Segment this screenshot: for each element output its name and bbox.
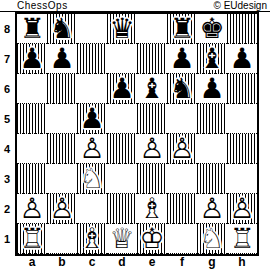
square-d5[interactable] (107, 104, 137, 134)
square-e2[interactable] (137, 194, 167, 224)
square-h5[interactable] (227, 104, 257, 134)
app-title: ChessOps (17, 0, 68, 11)
black-pawn (107, 74, 137, 104)
square-a3[interactable] (17, 164, 47, 194)
black-bishop (197, 44, 227, 74)
white-pawn (197, 194, 227, 224)
white-bishop (77, 224, 107, 254)
black-bishop (137, 74, 167, 104)
square-e4[interactable] (137, 134, 167, 164)
white-pawn (17, 194, 47, 224)
square-f3[interactable] (167, 164, 197, 194)
square-c1[interactable] (77, 224, 107, 254)
square-d4[interactable] (107, 134, 137, 164)
square-f1[interactable] (167, 224, 197, 254)
square-c7[interactable] (77, 44, 107, 74)
black-king (197, 14, 227, 44)
white-rook (17, 224, 47, 254)
file-labels: abcdefgh (17, 256, 257, 269)
black-rook (167, 14, 197, 44)
square-d8[interactable] (107, 14, 137, 44)
square-a6[interactable] (17, 74, 47, 104)
square-b7[interactable] (47, 44, 77, 74)
square-f7[interactable] (167, 44, 197, 74)
white-queen (107, 224, 137, 254)
white-pawn (77, 134, 107, 164)
file-label-g: g (197, 256, 227, 269)
square-e6[interactable] (137, 74, 167, 104)
rank-labels: 87654321 (1, 14, 13, 254)
square-e1[interactable] (137, 224, 167, 254)
square-h4[interactable] (227, 134, 257, 164)
rank-label-5: 5 (1, 104, 13, 134)
square-a5[interactable] (17, 104, 47, 134)
square-h7[interactable] (227, 44, 257, 74)
white-bishop (137, 194, 167, 224)
square-b8[interactable] (47, 14, 77, 44)
black-pawn (17, 44, 47, 74)
square-e8[interactable] (137, 14, 167, 44)
white-king (137, 224, 167, 254)
square-h1[interactable] (227, 224, 257, 254)
chessops-window: ChessOps © EUdesign 87654321 abcdefgh (0, 0, 270, 270)
square-f6[interactable] (167, 74, 197, 104)
square-g3[interactable] (197, 164, 227, 194)
square-a8[interactable] (17, 14, 47, 44)
square-a7[interactable] (17, 44, 47, 74)
square-e3[interactable] (137, 164, 167, 194)
chess-board (15, 12, 259, 256)
square-g7[interactable] (197, 44, 227, 74)
file-label-h: h (227, 256, 257, 269)
black-knight (167, 74, 197, 104)
white-knight (77, 164, 107, 194)
square-h6[interactable] (227, 74, 257, 104)
square-d2[interactable] (107, 194, 137, 224)
square-h8[interactable] (227, 14, 257, 44)
square-b1[interactable] (47, 224, 77, 254)
square-d6[interactable] (107, 74, 137, 104)
white-pawn (167, 134, 197, 164)
header-bar: ChessOps © EUdesign (0, 0, 270, 12)
rank-label-4: 4 (1, 134, 13, 164)
black-rook (17, 14, 47, 44)
white-pawn (137, 134, 167, 164)
rank-label-8: 8 (1, 14, 13, 44)
square-g5[interactable] (197, 104, 227, 134)
square-g1[interactable] (197, 224, 227, 254)
black-pawn (77, 104, 107, 134)
black-pawn (167, 44, 197, 74)
square-c3[interactable] (77, 164, 107, 194)
rank-label-7: 7 (1, 44, 13, 74)
black-queen (107, 14, 137, 44)
square-h2[interactable] (227, 194, 257, 224)
square-d3[interactable] (107, 164, 137, 194)
square-c8[interactable] (77, 14, 107, 44)
black-pawn (197, 74, 227, 104)
credit-text: © EUdesign (213, 0, 267, 11)
square-f8[interactable] (167, 14, 197, 44)
black-pawn (47, 44, 77, 74)
square-a4[interactable] (17, 134, 47, 164)
square-d7[interactable] (107, 44, 137, 74)
square-c2[interactable] (77, 194, 107, 224)
square-c5[interactable] (77, 104, 107, 134)
square-b6[interactable] (47, 74, 77, 104)
square-f4[interactable] (167, 134, 197, 164)
file-label-e: e (137, 256, 167, 269)
file-label-c: c (77, 256, 107, 269)
square-e5[interactable] (137, 104, 167, 134)
square-g4[interactable] (197, 134, 227, 164)
square-b2[interactable] (47, 194, 77, 224)
file-label-d: d (107, 256, 137, 269)
square-g2[interactable] (197, 194, 227, 224)
square-b4[interactable] (47, 134, 77, 164)
square-d1[interactable] (107, 224, 137, 254)
square-b3[interactable] (47, 164, 77, 194)
white-pawn (47, 194, 77, 224)
square-h3[interactable] (227, 164, 257, 194)
file-label-b: b (47, 256, 77, 269)
black-knight (47, 14, 77, 44)
square-b5[interactable] (47, 104, 77, 134)
file-label-f: f (167, 256, 197, 269)
square-a1[interactable] (17, 224, 47, 254)
white-rook (227, 224, 257, 254)
white-pawn (227, 194, 257, 224)
rank-label-2: 2 (1, 194, 13, 224)
square-c6[interactable] (77, 74, 107, 104)
square-e7[interactable] (137, 44, 167, 74)
black-pawn (227, 44, 257, 74)
square-a2[interactable] (17, 194, 47, 224)
rank-label-1: 1 (1, 224, 13, 254)
white-knight (197, 224, 227, 254)
square-f2[interactable] (167, 194, 197, 224)
square-f5[interactable] (167, 104, 197, 134)
rank-label-6: 6 (1, 74, 13, 104)
square-c4[interactable] (77, 134, 107, 164)
file-label-a: a (17, 256, 47, 269)
square-g8[interactable] (197, 14, 227, 44)
square-g6[interactable] (197, 74, 227, 104)
rank-label-3: 3 (1, 164, 13, 194)
